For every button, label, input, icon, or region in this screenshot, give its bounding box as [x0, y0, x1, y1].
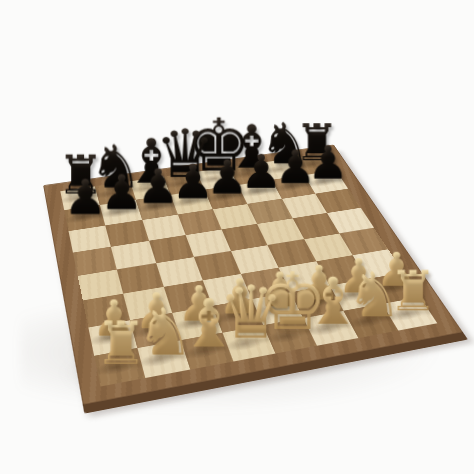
white-rook-a1: ♜ — [74, 314, 168, 373]
square-d5 — [185, 229, 231, 257]
product-photo-scene: ♜♞♝♛♚♝♞♜♟♟♟♟♟♟♟♟♟♟♟♟♟♟♟♟♜♞♝♛♚♝♞♜ — [0, 0, 474, 474]
black-pawn-a7: ♟ — [42, 174, 130, 222]
square-h5 — [327, 208, 374, 234]
square-a1: ♜ — [94, 348, 145, 387]
square-a6 — [68, 225, 111, 252]
square-a5 — [73, 247, 117, 276]
square-b5 — [111, 241, 156, 270]
